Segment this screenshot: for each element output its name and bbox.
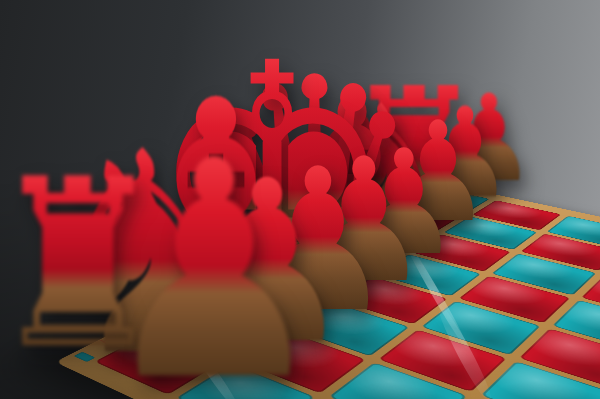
piece-pawn-h2[interactable]: ♟ [100,122,329,399]
pieces-layer: ♜♞♝♛♚♝♞♜♟♟♟♟♟♟♟♟ [0,0,600,399]
scene: I ♜♞♝♛♚♝♞♜♟♟♟♟♟♟♟♟ [0,0,600,399]
